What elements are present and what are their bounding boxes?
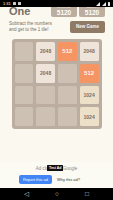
tile-1024: 1024 — [80, 107, 99, 126]
recents-icon[interactable]: □ — [85, 188, 89, 200]
empty-cell — [15, 107, 34, 126]
tile-2048: 2048 — [80, 42, 99, 61]
home-icon[interactable]: ○ — [55, 188, 59, 200]
tile-2048: 2048 — [36, 42, 55, 61]
clock-text: 1:31 — [3, 1, 11, 6]
score-value: 5120 — [54, 9, 74, 16]
game-board[interactable]: 2048 512 2048 2048 512 1024 1024 — [12, 39, 102, 129]
back-icon[interactable]: ◁ — [24, 188, 29, 200]
empty-cell — [58, 64, 77, 83]
tile-1024: 1024 — [80, 86, 99, 105]
sub-header: Subtract the numbers and get to the 1 ti… — [9, 21, 105, 33]
game-instructions: Subtract the numbers and get to the 1 ti… — [9, 21, 52, 33]
empty-cell — [15, 86, 34, 105]
new-game-button[interactable]: New Game — [70, 21, 105, 33]
empty-cell — [15, 42, 34, 61]
tile-512: 512 — [58, 42, 77, 61]
empty-cell — [58, 86, 77, 105]
notification-icon — [18, 2, 21, 5]
signal-icon — [102, 2, 106, 6]
empty-cell — [58, 107, 77, 126]
best-value: 5120 — [82, 9, 102, 16]
why-this-ad-text[interactable]: Why this ad? — [57, 177, 80, 182]
empty-cell — [36, 86, 55, 105]
wifi-icon — [96, 2, 100, 6]
ad-banner: Ad closed by Google Test Ad Report this … — [0, 162, 113, 188]
app-screen: 1:31 One SCORE 5120 BEST 5120 Subtract t… — [0, 0, 113, 200]
test-ad-badge[interactable]: Test Ad — [47, 165, 63, 171]
report-ad-button[interactable]: Report this ad — [19, 175, 52, 184]
tile-2048: 2048 — [36, 64, 55, 83]
ad-closed-text: Ad closed by Google Test Ad — [0, 166, 113, 171]
battery-icon — [108, 2, 111, 6]
empty-cell — [36, 107, 55, 126]
android-nav-bar: ◁ ○ □ — [0, 188, 113, 200]
notification-icon — [13, 2, 16, 5]
status-bar: 1:31 — [0, 0, 113, 7]
empty-cell — [15, 64, 34, 83]
tile-512: 512 — [80, 64, 99, 83]
